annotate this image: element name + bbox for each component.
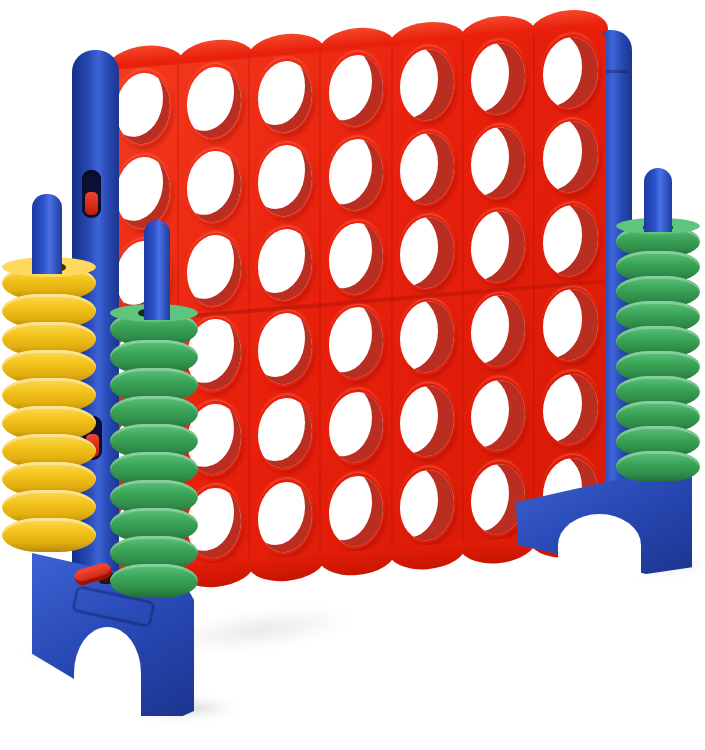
board-hole bbox=[471, 125, 525, 200]
board-cell-r2c2 bbox=[250, 220, 321, 310]
board-hole bbox=[400, 468, 454, 543]
board-cell-r2c3 bbox=[321, 214, 392, 304]
board-cell-r1c6 bbox=[535, 112, 606, 202]
ring-stack bbox=[110, 312, 198, 598]
board-cell-r5c2 bbox=[250, 473, 321, 563]
board-hole bbox=[329, 53, 383, 128]
board-cell-r0c3 bbox=[321, 46, 392, 136]
board-hole bbox=[471, 41, 525, 116]
board-hole bbox=[329, 221, 383, 296]
board-cell-r2c1 bbox=[179, 226, 250, 316]
giant-connect-four-photo bbox=[0, 0, 705, 750]
board-cell-r4c3 bbox=[321, 383, 392, 473]
board-hole bbox=[471, 209, 525, 284]
board-hole bbox=[543, 203, 599, 278]
board-hole bbox=[258, 480, 312, 555]
board-hole bbox=[329, 137, 383, 212]
green-ring bbox=[110, 564, 198, 598]
board-cell-r1c5 bbox=[464, 118, 535, 208]
board-hole bbox=[400, 131, 454, 206]
ring-pole bbox=[644, 168, 672, 232]
board-hole bbox=[543, 35, 599, 110]
board-hole bbox=[543, 287, 599, 362]
board-cell-r3c3 bbox=[321, 299, 392, 389]
board-cell-r0c4 bbox=[393, 40, 464, 130]
scallop-bump bbox=[318, 548, 397, 579]
board-cell-r0c6 bbox=[535, 28, 606, 118]
board-cell-r0c5 bbox=[464, 34, 535, 124]
scallop-bump bbox=[388, 542, 467, 573]
board-cell-r4c5 bbox=[464, 371, 535, 461]
ring-stack bbox=[616, 226, 700, 482]
board-cell-r5c3 bbox=[321, 467, 392, 557]
board-cell-r4c6 bbox=[535, 365, 606, 455]
green-ring bbox=[616, 451, 700, 482]
board-cell-r2c5 bbox=[464, 202, 535, 292]
board-cell-r3c5 bbox=[464, 287, 535, 377]
board-hole bbox=[329, 305, 383, 380]
board-hole bbox=[258, 227, 312, 302]
board-cell-r1c3 bbox=[321, 130, 392, 220]
board-hole bbox=[258, 395, 312, 470]
release-slider-upper bbox=[85, 192, 98, 215]
scallop-bump bbox=[247, 554, 326, 585]
board-hole bbox=[329, 474, 383, 549]
board-hole bbox=[400, 215, 454, 290]
board-cell-r0c2 bbox=[250, 52, 321, 142]
board-hole bbox=[187, 65, 241, 140]
yellow-ring bbox=[2, 518, 96, 552]
board-cell-r3c6 bbox=[535, 281, 606, 371]
board-hole bbox=[329, 389, 383, 464]
board-cell-r2c6 bbox=[535, 197, 606, 287]
board-cell-r3c2 bbox=[250, 305, 321, 395]
board-hole bbox=[258, 59, 312, 134]
board-hole bbox=[187, 233, 241, 308]
board-hole bbox=[471, 293, 525, 368]
board-cell-r3c4 bbox=[393, 293, 464, 383]
board-cell-r1c4 bbox=[393, 124, 464, 214]
board-hole bbox=[400, 299, 454, 374]
board-cell-r2c4 bbox=[393, 208, 464, 298]
board-hole bbox=[258, 311, 312, 386]
board-cell-r1c1 bbox=[179, 142, 250, 232]
board-hole bbox=[258, 143, 312, 218]
foot-right-arch bbox=[558, 514, 641, 577]
board-hole bbox=[187, 149, 241, 224]
board-hole bbox=[543, 371, 599, 446]
board-cell-r1c2 bbox=[250, 136, 321, 226]
foot-left-arch bbox=[74, 627, 140, 719]
ring-pole bbox=[32, 194, 62, 274]
ring-stack bbox=[2, 266, 96, 552]
ring-pole bbox=[144, 220, 170, 320]
board-hole bbox=[400, 383, 454, 458]
board-cell-r4c2 bbox=[250, 389, 321, 479]
release-slot-upper bbox=[82, 170, 101, 218]
board-cell-r0c1 bbox=[179, 58, 250, 148]
board-hole bbox=[400, 47, 454, 122]
board-cell-r4c4 bbox=[393, 377, 464, 467]
board-hole bbox=[116, 71, 170, 146]
board-hole bbox=[543, 119, 599, 194]
board-hole bbox=[116, 155, 170, 230]
board-cell-r5c4 bbox=[393, 461, 464, 551]
board-hole bbox=[471, 378, 525, 453]
